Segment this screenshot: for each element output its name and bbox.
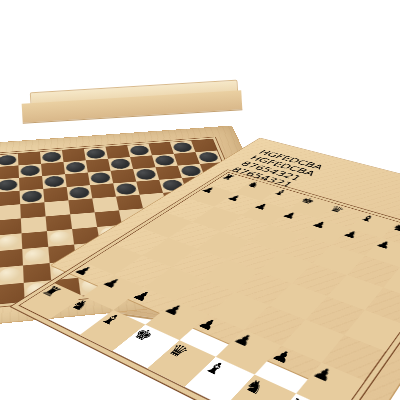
product-photo: HGFEDCBA HGFEDCBA 87654321 87654321 ♜♞♝♚… <box>0 0 400 400</box>
chess-piece-black-rook: ♜ <box>218 173 238 182</box>
checker-piece-black <box>0 179 18 191</box>
checkers-square <box>0 283 25 304</box>
checker-piece-black <box>22 190 43 203</box>
chess-piece-black-pawn: ♟ <box>373 238 395 251</box>
chess-board-scene: HGFEDCBA HGFEDCBA 87654321 87654321 ♜♞♝♚… <box>95 25 400 400</box>
checker-piece-black <box>69 186 90 199</box>
checker-piece-white <box>0 267 21 284</box>
chess-piece-white-pawn: ♟ <box>70 263 97 278</box>
checker-piece-black <box>42 151 62 162</box>
chess-piece-black-knight: ♞ <box>389 222 400 234</box>
checker-piece-white <box>0 235 20 250</box>
checker-piece-black <box>0 155 16 166</box>
chess-board: HGFEDCBA HGFEDCBA 87654321 87654321 ♜♞♝♚… <box>50 138 400 400</box>
checker-piece-white <box>49 231 72 246</box>
checker-piece-white <box>24 248 47 264</box>
chess-piece-white-pawn: ♟ <box>128 288 156 305</box>
checker-piece-black <box>44 175 64 187</box>
chess-piece-black-bishop: ♝ <box>357 213 378 225</box>
chess-square <box>249 225 300 252</box>
checker-piece-black <box>20 165 40 177</box>
checker-piece-black <box>65 161 85 173</box>
chess-square <box>143 238 197 267</box>
chess-piece-white-knight: ♞ <box>66 296 95 314</box>
chess-piece-black-pawn: ♟ <box>198 185 219 195</box>
